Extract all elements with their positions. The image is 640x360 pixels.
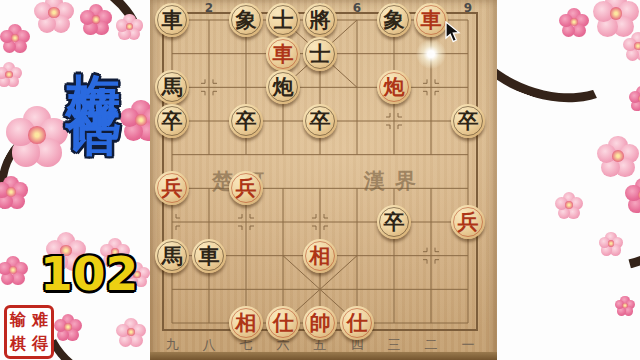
plum-blossom-decoration [615, 296, 635, 316]
file-label-top: 6 [348, 1, 366, 15]
screenshot-root: 梅花谱 102 输 难 棋 得 楚河 漢界 123456789九八七六五四三二一… [0, 0, 640, 360]
plum-blossom-decoration [0, 62, 22, 88]
series-title: 梅花谱 [56, 30, 129, 69]
piece-black-advisor[interactable]: 士 [266, 3, 300, 37]
piece-black-elephant[interactable]: 象 [377, 3, 411, 37]
file-label-top: 2 [200, 1, 218, 15]
piece-black-soldier[interactable]: 卒 [377, 205, 411, 239]
piece-black-horse[interactable]: 馬 [155, 239, 189, 273]
left-panel: 梅花谱 102 输 难 棋 得 [0, 0, 150, 360]
file-label-bottom: 一 [458, 336, 478, 354]
plum-blossom-decoration [597, 136, 639, 178]
file-label-bottom: 八 [199, 336, 219, 354]
piece-black-soldier[interactable]: 卒 [303, 104, 337, 138]
piece-red-advisor[interactable]: 仕 [266, 306, 300, 340]
plum-blossom-decoration [623, 32, 640, 62]
plum-blossom-decoration [559, 8, 589, 38]
file-label-top: 9 [459, 1, 477, 15]
piece-black-chariot[interactable]: 車 [155, 3, 189, 37]
piece-black-soldier[interactable]: 卒 [155, 104, 189, 138]
xiangqi-board[interactable]: 楚河 漢界 123456789九八七六五四三二一 車象士將象車車士馬炮炮卒卒卒卒… [150, 0, 497, 360]
river-label-right: 漢界 [364, 167, 426, 195]
plum-blossom-decoration [555, 192, 583, 220]
plum-blossom-decoration [54, 314, 82, 342]
plum-blossom-decoration [599, 232, 623, 256]
plum-blossom-decoration [625, 178, 640, 214]
seal-char: 难 [32, 310, 48, 331]
file-label-bottom: 三 [384, 336, 404, 354]
piece-red-advisor[interactable]: 仕 [340, 306, 374, 340]
piece-black-soldier[interactable]: 卒 [229, 104, 263, 138]
mouse-cursor [445, 21, 461, 45]
piece-red-soldier[interactable]: 兵 [451, 205, 485, 239]
plum-blossom-decoration [0, 256, 28, 286]
seal-char: 得 [32, 334, 48, 355]
file-label-bottom: 二 [421, 336, 441, 354]
plum-blossom-decoration [629, 86, 640, 112]
piece-black-general[interactable]: 將 [303, 3, 337, 37]
file-label-bottom: 九 [162, 336, 182, 354]
plum-blossom-decoration [0, 24, 30, 54]
piece-black-elephant[interactable]: 象 [229, 3, 263, 37]
plum-blossom-decoration [0, 176, 28, 210]
piece-red-chariot[interactable]: 車 [414, 3, 448, 37]
right-panel: 顺炮横车破直车 黑士六进五3 [497, 0, 640, 360]
piece-red-elephant[interactable]: 相 [229, 306, 263, 340]
piece-black-soldier[interactable]: 卒 [451, 104, 485, 138]
piece-red-general[interactable]: 帥 [303, 306, 337, 340]
plum-blossom-decoration [116, 318, 146, 348]
branch-decoration [497, 64, 640, 303]
piece-black-advisor[interactable]: 士 [303, 37, 337, 71]
seal-char: 棋 [10, 334, 26, 355]
plum-blossom-decoration [34, 0, 74, 34]
plum-blossom-decoration [6, 106, 68, 168]
plum-blossom-decoration [120, 100, 150, 142]
piece-red-chariot[interactable]: 車 [266, 37, 300, 71]
seal-stamp: 输 难 棋 得 [4, 305, 54, 359]
seal-char: 输 [10, 310, 26, 331]
piece-red-elephant[interactable]: 相 [303, 239, 337, 273]
last-move-highlight [416, 39, 446, 69]
piece-black-chariot[interactable]: 車 [192, 239, 226, 273]
episode-number: 102 [40, 246, 136, 301]
